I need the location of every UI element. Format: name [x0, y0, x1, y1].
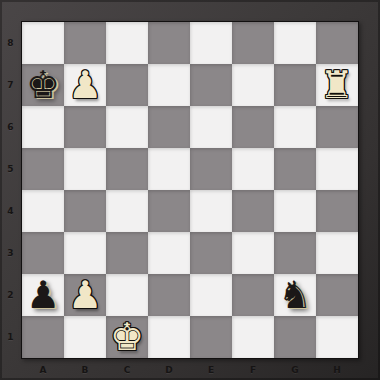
square-b2[interactable]: ♟: [64, 274, 106, 316]
square-f6[interactable]: [232, 106, 274, 148]
square-e3[interactable]: [190, 232, 232, 274]
square-f3[interactable]: [232, 232, 274, 274]
square-d1[interactable]: [148, 316, 190, 358]
rank-label-3: 3: [0, 232, 21, 274]
square-b5[interactable]: [64, 148, 106, 190]
square-h8[interactable]: [316, 22, 358, 64]
board-frame: 87654321 ♚♟♜♟♟♞♚ ABCDEFGH: [0, 0, 380, 380]
square-f5[interactable]: [232, 148, 274, 190]
square-e4[interactable]: [190, 190, 232, 232]
square-e2[interactable]: [190, 274, 232, 316]
square-d7[interactable]: [148, 64, 190, 106]
white-pawn[interactable]: ♟: [68, 66, 102, 104]
square-g5[interactable]: [274, 148, 316, 190]
square-c5[interactable]: [106, 148, 148, 190]
file-label-b: B: [64, 359, 106, 380]
square-g7[interactable]: [274, 64, 316, 106]
square-d8[interactable]: [148, 22, 190, 64]
square-e1[interactable]: [190, 316, 232, 358]
square-h6[interactable]: [316, 106, 358, 148]
file-label-c: C: [106, 359, 148, 380]
square-a5[interactable]: [22, 148, 64, 190]
rank-label-1: 1: [0, 316, 21, 358]
square-a6[interactable]: [22, 106, 64, 148]
square-f8[interactable]: [232, 22, 274, 64]
square-c6[interactable]: [106, 106, 148, 148]
square-e5[interactable]: [190, 148, 232, 190]
square-b8[interactable]: [64, 22, 106, 64]
square-f4[interactable]: [232, 190, 274, 232]
square-d4[interactable]: [148, 190, 190, 232]
square-c4[interactable]: [106, 190, 148, 232]
square-e6[interactable]: [190, 106, 232, 148]
square-d5[interactable]: [148, 148, 190, 190]
square-e7[interactable]: [190, 64, 232, 106]
rank-label-7: 7: [0, 64, 21, 106]
square-c3[interactable]: [106, 232, 148, 274]
square-f2[interactable]: [232, 274, 274, 316]
square-h4[interactable]: [316, 190, 358, 232]
square-g4[interactable]: [274, 190, 316, 232]
file-labels: ABCDEFGH: [22, 359, 358, 380]
square-h5[interactable]: [316, 148, 358, 190]
file-label-g: G: [274, 359, 316, 380]
white-pawn[interactable]: ♟: [68, 276, 102, 314]
square-d6[interactable]: [148, 106, 190, 148]
square-d3[interactable]: [148, 232, 190, 274]
square-c1[interactable]: ♚: [106, 316, 148, 358]
square-h2[interactable]: [316, 274, 358, 316]
square-b6[interactable]: [64, 106, 106, 148]
square-c2[interactable]: [106, 274, 148, 316]
square-a1[interactable]: [22, 316, 64, 358]
file-label-e: E: [190, 359, 232, 380]
square-a8[interactable]: [22, 22, 64, 64]
file-label-h: H: [316, 359, 358, 380]
square-c7[interactable]: [106, 64, 148, 106]
square-b7[interactable]: ♟: [64, 64, 106, 106]
square-f7[interactable]: [232, 64, 274, 106]
white-king[interactable]: ♚: [110, 318, 144, 356]
square-g6[interactable]: [274, 106, 316, 148]
square-g1[interactable]: [274, 316, 316, 358]
square-h3[interactable]: [316, 232, 358, 274]
rank-label-5: 5: [0, 148, 21, 190]
square-a7[interactable]: ♚: [22, 64, 64, 106]
rank-label-2: 2: [0, 274, 21, 316]
square-b1[interactable]: [64, 316, 106, 358]
square-h1[interactable]: [316, 316, 358, 358]
rank-label-8: 8: [0, 22, 21, 64]
square-a3[interactable]: [22, 232, 64, 274]
square-f1[interactable]: [232, 316, 274, 358]
board-grid: ♚♟♜♟♟♞♚: [22, 22, 358, 358]
square-g3[interactable]: [274, 232, 316, 274]
file-label-f: F: [232, 359, 274, 380]
black-knight[interactable]: ♞: [278, 276, 312, 314]
file-label-d: D: [148, 359, 190, 380]
square-h7[interactable]: ♜: [316, 64, 358, 106]
black-king[interactable]: ♚: [26, 66, 60, 104]
black-pawn[interactable]: ♟: [26, 276, 60, 314]
square-g8[interactable]: [274, 22, 316, 64]
square-d2[interactable]: [148, 274, 190, 316]
rank-label-6: 6: [0, 106, 21, 148]
white-rook[interactable]: ♜: [320, 66, 354, 104]
square-c8[interactable]: [106, 22, 148, 64]
square-e8[interactable]: [190, 22, 232, 64]
square-g2[interactable]: ♞: [274, 274, 316, 316]
chess-board: ♚♟♜♟♟♞♚: [21, 21, 359, 359]
square-a2[interactable]: ♟: [22, 274, 64, 316]
rank-labels: 87654321: [0, 22, 21, 358]
square-b3[interactable]: [64, 232, 106, 274]
file-label-a: A: [22, 359, 64, 380]
square-b4[interactable]: [64, 190, 106, 232]
rank-label-4: 4: [0, 190, 21, 232]
square-a4[interactable]: [22, 190, 64, 232]
